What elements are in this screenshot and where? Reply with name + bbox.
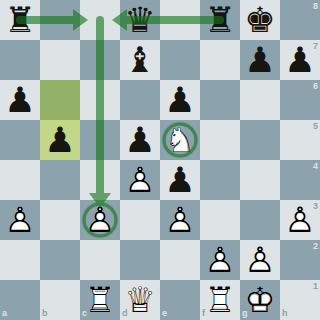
square-c7[interactable] <box>80 40 120 80</box>
square-d4[interactable]: ♙ <box>120 160 160 200</box>
square-e1[interactable]: e <box>160 280 200 320</box>
square-c2[interactable] <box>80 240 120 280</box>
square-e8[interactable] <box>160 0 200 40</box>
square-e6[interactable]: ♟ <box>160 80 200 120</box>
black-rook[interactable]: ♜ <box>200 0 240 40</box>
square-g8[interactable]: ♚ <box>240 0 280 40</box>
square-f5[interactable] <box>200 120 240 160</box>
square-a6[interactable]: ♟ <box>0 80 40 120</box>
white-pawn[interactable]: ♙ <box>160 200 200 240</box>
square-c6[interactable] <box>80 80 120 120</box>
black-pawn[interactable]: ♟ <box>160 160 200 200</box>
square-h7[interactable]: ♟7 <box>280 40 320 80</box>
square-a7[interactable] <box>0 40 40 80</box>
file-label-g: g <box>242 309 248 318</box>
square-g2[interactable]: ♙ <box>240 240 280 280</box>
file-label-d: d <box>122 309 128 318</box>
square-c4[interactable] <box>80 160 120 200</box>
black-pawn[interactable]: ♟ <box>160 80 200 120</box>
square-h6[interactable]: 6 <box>280 80 320 120</box>
rank-label-2: 2 <box>313 242 318 251</box>
file-label-c: c <box>82 309 87 318</box>
square-g5[interactable] <box>240 120 280 160</box>
file-label-e: e <box>162 309 167 318</box>
rank-label-7: 7 <box>313 42 318 51</box>
white-pawn[interactable]: ♙ <box>200 240 240 280</box>
white-pawn[interactable]: ♙ <box>80 200 120 240</box>
rank-label-8: 8 <box>313 2 318 11</box>
square-e7[interactable] <box>160 40 200 80</box>
rank-label-6: 6 <box>313 82 318 91</box>
square-f7[interactable] <box>200 40 240 80</box>
black-pawn[interactable]: ♟ <box>120 120 160 160</box>
square-h5[interactable]: 5 <box>280 120 320 160</box>
square-c1[interactable]: ♖c <box>80 280 120 320</box>
black-bishop[interactable]: ♝ <box>120 40 160 80</box>
rank-label-4: 4 <box>313 162 318 171</box>
square-h2[interactable]: 2 <box>280 240 320 280</box>
square-d3[interactable] <box>120 200 160 240</box>
square-b8[interactable] <box>40 0 80 40</box>
black-pawn[interactable]: ♟ <box>40 120 80 160</box>
square-b3[interactable] <box>40 200 80 240</box>
white-pawn[interactable]: ♙ <box>240 240 280 280</box>
file-label-a: a <box>2 309 7 318</box>
black-pawn[interactable]: ♟ <box>240 40 280 80</box>
square-g6[interactable] <box>240 80 280 120</box>
black-pawn[interactable]: ♟ <box>0 80 40 120</box>
square-a2[interactable] <box>0 240 40 280</box>
square-a4[interactable] <box>0 160 40 200</box>
square-e3[interactable]: ♙ <box>160 200 200 240</box>
black-queen[interactable]: ♛ <box>120 0 160 40</box>
square-f3[interactable] <box>200 200 240 240</box>
square-f8[interactable]: ♜ <box>200 0 240 40</box>
black-king[interactable]: ♚ <box>240 0 280 40</box>
white-rook[interactable]: ♖ <box>200 280 240 320</box>
square-h3[interactable]: ♙3 <box>280 200 320 240</box>
square-b6[interactable] <box>40 80 80 120</box>
square-c3[interactable]: ♙ <box>80 200 120 240</box>
rank-label-3: 3 <box>313 202 318 211</box>
square-b1[interactable]: b <box>40 280 80 320</box>
square-g3[interactable] <box>240 200 280 240</box>
chess-board: ♜♛♜♚8♝♟♟7♟♟6♟♟♘5♙♟4♙♙♙♙3♙♙2ab♖c♕de♖f♔g1h <box>0 0 320 320</box>
square-g4[interactable] <box>240 160 280 200</box>
rank-label-1: 1 <box>313 282 318 291</box>
square-f2[interactable]: ♙ <box>200 240 240 280</box>
last-move-highlight <box>40 80 80 120</box>
rank-label-5: 5 <box>313 122 318 131</box>
square-b5[interactable]: ♟ <box>40 120 80 160</box>
square-c5[interactable] <box>80 120 120 160</box>
square-c8[interactable] <box>80 0 120 40</box>
square-a5[interactable] <box>0 120 40 160</box>
square-d8[interactable]: ♛ <box>120 0 160 40</box>
square-a1[interactable]: a <box>0 280 40 320</box>
square-d1[interactable]: ♕d <box>120 280 160 320</box>
white-knight[interactable]: ♘ <box>160 120 200 160</box>
square-e2[interactable] <box>160 240 200 280</box>
square-b4[interactable] <box>40 160 80 200</box>
file-label-f: f <box>202 309 205 318</box>
square-d7[interactable]: ♝ <box>120 40 160 80</box>
square-h8[interactable]: 8 <box>280 0 320 40</box>
square-a3[interactable]: ♙ <box>0 200 40 240</box>
square-d6[interactable] <box>120 80 160 120</box>
square-a8[interactable]: ♜ <box>0 0 40 40</box>
board-squares: ♜♛♜♚8♝♟♟7♟♟6♟♟♘5♙♟4♙♙♙♙3♙♙2ab♖c♕de♖f♔g1h <box>0 0 320 320</box>
square-g7[interactable]: ♟ <box>240 40 280 80</box>
square-g1[interactable]: ♔g <box>240 280 280 320</box>
square-h1[interactable]: 1h <box>280 280 320 320</box>
file-label-h: h <box>282 309 288 318</box>
square-b7[interactable] <box>40 40 80 80</box>
square-h4[interactable]: 4 <box>280 160 320 200</box>
square-f6[interactable] <box>200 80 240 120</box>
square-b2[interactable] <box>40 240 80 280</box>
square-e4[interactable]: ♟ <box>160 160 200 200</box>
white-pawn[interactable]: ♙ <box>0 200 40 240</box>
square-d2[interactable] <box>120 240 160 280</box>
square-d5[interactable]: ♟ <box>120 120 160 160</box>
white-pawn[interactable]: ♙ <box>120 160 160 200</box>
square-e5[interactable]: ♘ <box>160 120 200 160</box>
square-f4[interactable] <box>200 160 240 200</box>
file-label-b: b <box>42 309 48 318</box>
square-f1[interactable]: ♖f <box>200 280 240 320</box>
black-rook[interactable]: ♜ <box>0 0 40 40</box>
